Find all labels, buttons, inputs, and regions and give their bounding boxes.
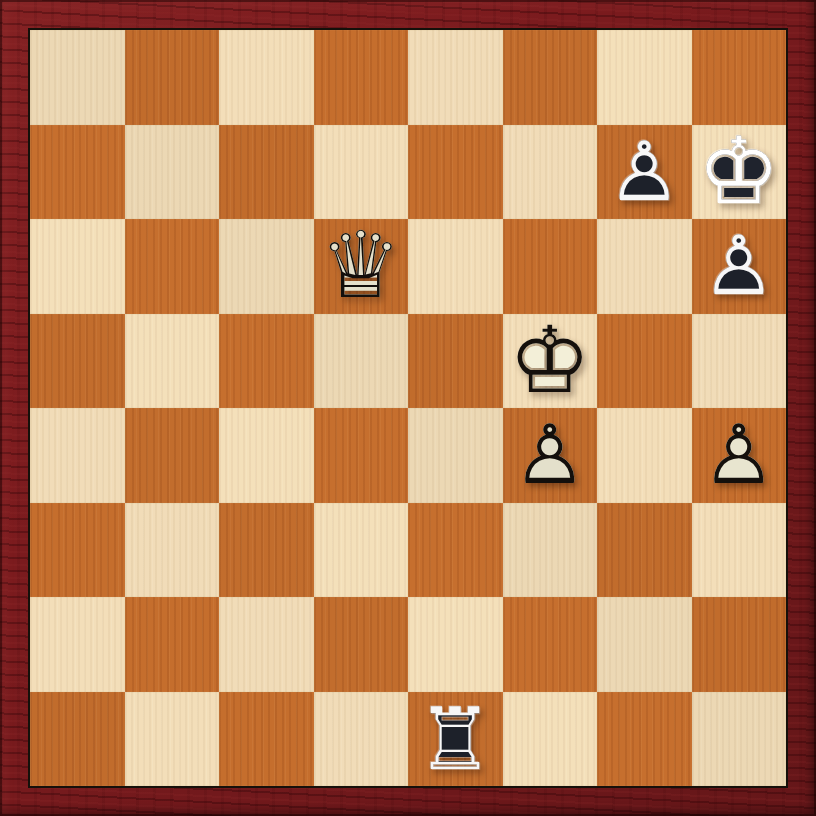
square-a5[interactable] xyxy=(30,314,125,409)
square-f1[interactable] xyxy=(503,692,598,787)
square-g4[interactable] xyxy=(597,408,692,503)
square-f7[interactable] xyxy=(503,125,598,220)
square-g7[interactable]: ♟♙ xyxy=(597,125,692,220)
black-pawn-h6[interactable]: ♟♙ xyxy=(692,219,787,314)
square-h6[interactable]: ♟♙ xyxy=(692,219,787,314)
square-f2[interactable] xyxy=(503,597,598,692)
square-e6[interactable] xyxy=(408,219,503,314)
white-pawn-glyph-outline: ♙ xyxy=(503,408,598,503)
square-c1[interactable] xyxy=(219,692,314,787)
white-king-f5[interactable]: ♚♔ xyxy=(503,314,598,409)
square-e8[interactable] xyxy=(408,30,503,125)
square-e3[interactable] xyxy=(408,503,503,598)
square-h7[interactable]: ♚♔ xyxy=(692,125,787,220)
white-king-glyph-outline: ♔ xyxy=(503,314,598,409)
square-a8[interactable] xyxy=(30,30,125,125)
square-a6[interactable] xyxy=(30,219,125,314)
square-a4[interactable] xyxy=(30,408,125,503)
white-queen-glyph-outline: ♕ xyxy=(314,219,409,314)
square-g3[interactable] xyxy=(597,503,692,598)
square-f6[interactable] xyxy=(503,219,598,314)
white-pawn-glyph-outline: ♙ xyxy=(692,408,787,503)
square-h3[interactable] xyxy=(692,503,787,598)
square-d5[interactable] xyxy=(314,314,409,409)
square-b2[interactable] xyxy=(125,597,220,692)
white-queen-d6[interactable]: ♛♕ xyxy=(314,219,409,314)
square-b3[interactable] xyxy=(125,503,220,598)
square-c7[interactable] xyxy=(219,125,314,220)
square-e7[interactable] xyxy=(408,125,503,220)
square-b4[interactable] xyxy=(125,408,220,503)
square-h1[interactable] xyxy=(692,692,787,787)
square-c6[interactable] xyxy=(219,219,314,314)
black-pawn-glyph-outline: ♙ xyxy=(597,125,692,220)
square-b5[interactable] xyxy=(125,314,220,409)
square-f3[interactable] xyxy=(503,503,598,598)
square-c2[interactable] xyxy=(219,597,314,692)
square-c5[interactable] xyxy=(219,314,314,409)
square-a2[interactable] xyxy=(30,597,125,692)
square-b1[interactable] xyxy=(125,692,220,787)
square-g6[interactable] xyxy=(597,219,692,314)
square-h2[interactable] xyxy=(692,597,787,692)
board-frame: ♟♙♚♔♛♕♟♙♚♔♟♙♟♙♜♖ xyxy=(0,0,816,816)
black-pawn-g7[interactable]: ♟♙ xyxy=(597,125,692,220)
square-a3[interactable] xyxy=(30,503,125,598)
square-g8[interactable] xyxy=(597,30,692,125)
square-c8[interactable] xyxy=(219,30,314,125)
white-pawn-h4[interactable]: ♟♙ xyxy=(692,408,787,503)
square-d7[interactable] xyxy=(314,125,409,220)
square-g1[interactable] xyxy=(597,692,692,787)
square-d1[interactable] xyxy=(314,692,409,787)
square-f4[interactable]: ♟♙ xyxy=(503,408,598,503)
black-rook-e1[interactable]: ♜♖ xyxy=(408,692,503,787)
square-e4[interactable] xyxy=(408,408,503,503)
square-e2[interactable] xyxy=(408,597,503,692)
square-f8[interactable] xyxy=(503,30,598,125)
square-h4[interactable]: ♟♙ xyxy=(692,408,787,503)
square-e1[interactable]: ♜♖ xyxy=(408,692,503,787)
black-king-h7[interactable]: ♚♔ xyxy=(692,125,787,220)
square-g2[interactable] xyxy=(597,597,692,692)
square-e5[interactable] xyxy=(408,314,503,409)
square-a7[interactable] xyxy=(30,125,125,220)
square-c3[interactable] xyxy=(219,503,314,598)
square-h5[interactable] xyxy=(692,314,787,409)
black-rook-glyph-outline: ♖ xyxy=(408,692,503,787)
square-b7[interactable] xyxy=(125,125,220,220)
square-a1[interactable] xyxy=(30,692,125,787)
square-f5[interactable]: ♚♔ xyxy=(503,314,598,409)
square-c4[interactable] xyxy=(219,408,314,503)
chess-board: ♟♙♚♔♛♕♟♙♚♔♟♙♟♙♜♖ xyxy=(28,28,788,788)
square-b6[interactable] xyxy=(125,219,220,314)
square-d8[interactable] xyxy=(314,30,409,125)
square-d4[interactable] xyxy=(314,408,409,503)
square-g5[interactable] xyxy=(597,314,692,409)
square-h8[interactable] xyxy=(692,30,787,125)
square-d3[interactable] xyxy=(314,503,409,598)
square-d6[interactable]: ♛♕ xyxy=(314,219,409,314)
white-pawn-f4[interactable]: ♟♙ xyxy=(503,408,598,503)
square-b8[interactable] xyxy=(125,30,220,125)
black-king-glyph-outline: ♔ xyxy=(692,125,787,220)
square-d2[interactable] xyxy=(314,597,409,692)
black-pawn-glyph-outline: ♙ xyxy=(692,219,787,314)
